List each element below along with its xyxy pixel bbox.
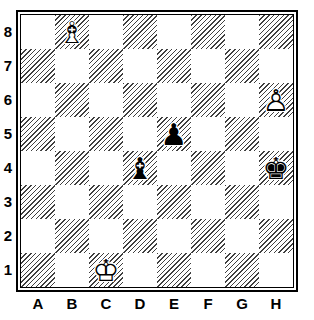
chess-board: ♝♗♟♙♟♝♚♚♔	[20, 14, 294, 288]
white-bishop-fill: ♝	[55, 15, 89, 49]
rank-label-1: 1	[0, 253, 16, 287]
square-b3[interactable]	[55, 185, 89, 219]
square-a2[interactable]	[21, 219, 55, 253]
square-d4[interactable]: ♝	[123, 151, 157, 185]
white-king: ♔	[89, 253, 123, 287]
rank-labels: 87654321	[0, 15, 16, 287]
square-a3[interactable]	[21, 185, 55, 219]
square-c6[interactable]	[89, 83, 123, 117]
white-pawn: ♙	[259, 83, 293, 117]
square-c2[interactable]	[89, 219, 123, 253]
file-label-f: F	[191, 294, 225, 314]
file-label-d: D	[123, 294, 157, 314]
square-a6[interactable]	[21, 83, 55, 117]
square-d7[interactable]	[123, 49, 157, 83]
square-a7[interactable]	[21, 49, 55, 83]
square-f1[interactable]	[191, 253, 225, 287]
square-d3[interactable]	[123, 185, 157, 219]
square-h1[interactable]	[259, 253, 293, 287]
square-d2[interactable]	[123, 219, 157, 253]
white-pawn-fill: ♟	[259, 83, 293, 117]
square-g2[interactable]	[225, 219, 259, 253]
black-pawn: ♟	[157, 117, 191, 151]
rank-label-2: 2	[0, 219, 16, 253]
square-h2[interactable]	[259, 219, 293, 253]
rank-label-6: 6	[0, 83, 16, 117]
square-a8[interactable]	[21, 15, 55, 49]
square-h7[interactable]	[259, 49, 293, 83]
square-d6[interactable]	[123, 83, 157, 117]
square-f5[interactable]	[191, 117, 225, 151]
square-e4[interactable]	[157, 151, 191, 185]
file-label-b: B	[55, 294, 89, 314]
square-h8[interactable]	[259, 15, 293, 49]
square-f2[interactable]	[191, 219, 225, 253]
square-f6[interactable]	[191, 83, 225, 117]
black-bishop: ♝	[123, 151, 157, 185]
square-f8[interactable]	[191, 15, 225, 49]
file-label-e: E	[157, 294, 191, 314]
rank-label-4: 4	[0, 151, 16, 185]
square-b2[interactable]	[55, 219, 89, 253]
square-c3[interactable]	[89, 185, 123, 219]
rank-label-8: 8	[0, 15, 16, 49]
square-e1[interactable]	[157, 253, 191, 287]
square-e5[interactable]: ♟	[157, 117, 191, 151]
chess-diagram: 87654321 ♝♗♟♙♟♝♚♚♔ ABCDEFGH	[0, 0, 314, 320]
square-g4[interactable]	[225, 151, 259, 185]
square-c8[interactable]	[89, 15, 123, 49]
board-frame: ♝♗♟♙♟♝♚♚♔	[16, 10, 298, 292]
rank-label-7: 7	[0, 49, 16, 83]
square-h3[interactable]	[259, 185, 293, 219]
square-h5[interactable]	[259, 117, 293, 151]
square-f7[interactable]	[191, 49, 225, 83]
square-e2[interactable]	[157, 219, 191, 253]
square-d5[interactable]	[123, 117, 157, 151]
white-king-fill: ♚	[89, 253, 123, 287]
square-e8[interactable]	[157, 15, 191, 49]
square-a1[interactable]	[21, 253, 55, 287]
square-b7[interactable]	[55, 49, 89, 83]
square-c5[interactable]	[89, 117, 123, 151]
square-f4[interactable]	[191, 151, 225, 185]
square-e7[interactable]	[157, 49, 191, 83]
square-b8[interactable]: ♝♗	[55, 15, 89, 49]
square-h4[interactable]: ♚	[259, 151, 293, 185]
black-king: ♚	[259, 151, 293, 185]
square-c1[interactable]: ♚♔	[89, 253, 123, 287]
square-a5[interactable]	[21, 117, 55, 151]
file-labels: ABCDEFGH	[21, 294, 293, 314]
square-g3[interactable]	[225, 185, 259, 219]
square-b4[interactable]	[55, 151, 89, 185]
square-c7[interactable]	[89, 49, 123, 83]
rank-label-3: 3	[0, 185, 16, 219]
file-label-c: C	[89, 294, 123, 314]
square-g1[interactable]	[225, 253, 259, 287]
square-g6[interactable]	[225, 83, 259, 117]
file-label-h: H	[259, 294, 293, 314]
square-b6[interactable]	[55, 83, 89, 117]
square-h6[interactable]: ♟♙	[259, 83, 293, 117]
square-c4[interactable]	[89, 151, 123, 185]
square-b1[interactable]	[55, 253, 89, 287]
square-d1[interactable]	[123, 253, 157, 287]
square-a4[interactable]	[21, 151, 55, 185]
white-bishop: ♗	[55, 15, 89, 49]
square-e3[interactable]	[157, 185, 191, 219]
square-b5[interactable]	[55, 117, 89, 151]
square-d8[interactable]	[123, 15, 157, 49]
file-label-a: A	[21, 294, 55, 314]
rank-label-5: 5	[0, 117, 16, 151]
square-e6[interactable]	[157, 83, 191, 117]
square-f3[interactable]	[191, 185, 225, 219]
file-label-g: G	[225, 294, 259, 314]
square-g5[interactable]	[225, 117, 259, 151]
square-g7[interactable]	[225, 49, 259, 83]
square-g8[interactable]	[225, 15, 259, 49]
